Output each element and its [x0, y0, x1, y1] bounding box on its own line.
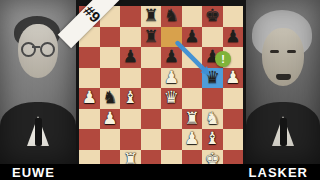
square-f8	[182, 6, 203, 27]
square-a5	[79, 68, 100, 89]
square-g8: ♚	[202, 6, 223, 27]
square-h8	[223, 6, 244, 27]
square-b5	[100, 68, 121, 89]
square-b7	[100, 27, 121, 48]
square-e2	[161, 129, 182, 150]
square-g3: ♞	[202, 109, 223, 130]
square-e4: ♛	[161, 88, 182, 109]
square-c6: ♟	[120, 47, 141, 68]
square-c3	[120, 109, 141, 130]
square-a3	[79, 109, 100, 130]
square-h7: ♟	[223, 27, 244, 48]
square-d5	[141, 68, 162, 89]
square-h4	[223, 88, 244, 109]
square-c2	[120, 129, 141, 150]
square-e3	[161, 109, 182, 130]
square-c4: ♝	[120, 88, 141, 109]
square-f3: ♜	[182, 109, 203, 130]
square-d7: ♜	[141, 27, 162, 48]
video-thumbnail: ♜♞♚♜♟♟♟♟♟♟♛♟♟♞♝♛♟♜♞♟♝♜♚ ! #9 EUWE LASKER	[0, 0, 320, 180]
chessboard: ♜♞♚♜♟♟♟♟♟♟♛♟♟♞♝♛♟♜♞♟♝♜♚	[79, 6, 243, 170]
square-e5: ♟	[161, 68, 182, 89]
square-h2	[223, 129, 244, 150]
black-queen-g5: ♛	[205, 68, 220, 89]
square-a2	[79, 129, 100, 150]
white-bishop-g2: ♝	[205, 129, 220, 150]
square-f6	[182, 47, 203, 68]
white-pawn-e5: ♟	[164, 68, 179, 89]
square-g2: ♝	[202, 129, 223, 150]
portrait-lasker-photo	[246, 0, 320, 164]
square-e6: ♟	[161, 47, 182, 68]
square-g4	[202, 88, 223, 109]
square-d3	[141, 109, 162, 130]
black-rook-d8: ♜	[143, 6, 158, 27]
white-bishop-c4: ♝	[123, 88, 138, 109]
square-b2	[100, 129, 121, 150]
square-g7	[202, 27, 223, 48]
white-queen-e4: ♛	[164, 88, 179, 109]
black-pawn-e6: ♟	[164, 47, 179, 68]
square-d2	[141, 129, 162, 150]
square-b3: ♟	[100, 109, 121, 130]
white-pawn-h5: ♟	[225, 68, 240, 89]
white-pawn-f2: ♟	[184, 129, 199, 150]
square-f5	[182, 68, 203, 89]
square-h3	[223, 109, 244, 130]
square-a4: ♟	[79, 88, 100, 109]
black-player-name: LASKER	[249, 165, 308, 180]
white-pawn-a4: ♟	[82, 88, 97, 109]
square-d6	[141, 47, 162, 68]
black-king-g8: ♚	[205, 6, 220, 27]
square-e7	[161, 27, 182, 48]
excellent-move-badge: !	[215, 51, 231, 67]
square-e8: ♞	[161, 6, 182, 27]
square-b6	[100, 47, 121, 68]
square-f4	[182, 88, 203, 109]
square-d8: ♜	[141, 6, 162, 27]
black-pawn-h7: ♟	[225, 27, 240, 48]
square-a6	[79, 47, 100, 68]
photo-vignette	[0, 0, 76, 164]
square-c8	[120, 6, 141, 27]
chessboard-frame: ♜♞♚♜♟♟♟♟♟♟♛♟♟♞♝♛♟♜♞♟♝♜♚ ! #9	[76, 0, 246, 180]
white-rook-f3: ♜	[184, 109, 199, 130]
square-h5: ♟	[223, 68, 244, 89]
white-player-name: EUWE	[12, 165, 55, 180]
portrait-euwe-photo	[0, 0, 76, 164]
black-rook-d7: ♜	[143, 27, 158, 48]
photo-vignette	[246, 0, 320, 164]
black-pawn-c6: ♟	[123, 47, 138, 68]
square-f7: ♟	[182, 27, 203, 48]
black-knight-b4: ♞	[102, 88, 117, 109]
black-pawn-f7: ♟	[184, 27, 199, 48]
white-pawn-b3: ♟	[102, 109, 117, 130]
white-knight-g3: ♞	[205, 109, 220, 130]
square-d4	[141, 88, 162, 109]
black-knight-e8: ♞	[164, 6, 179, 27]
square-b4: ♞	[100, 88, 121, 109]
badge-exclamation: !	[221, 51, 225, 67]
square-f2: ♟	[182, 129, 203, 150]
square-c7	[120, 27, 141, 48]
square-c5	[120, 68, 141, 89]
players-name-bar: EUWE LASKER	[0, 164, 320, 180]
square-g5: ♛	[202, 68, 223, 89]
